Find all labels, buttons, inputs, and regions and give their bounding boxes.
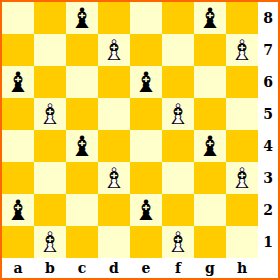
square-b6[interactable] <box>34 66 66 98</box>
chess-diagram: ♝♝♝♗♝♗♝♝♝♗♝♗♝♝♝♗♝♗♝♝♝♗♝♗ 87654321 abcdef… <box>0 0 280 280</box>
square-b3[interactable] <box>34 162 66 194</box>
square-e5[interactable] <box>130 98 162 130</box>
square-b5[interactable]: ♝♗ <box>34 98 66 130</box>
square-e1[interactable] <box>130 226 162 258</box>
square-d6[interactable] <box>98 66 130 98</box>
square-c7[interactable] <box>66 34 98 66</box>
square-f1[interactable]: ♝♗ <box>162 226 194 258</box>
black-bishop-icon: ♝ <box>194 2 226 34</box>
square-g6[interactable] <box>194 66 226 98</box>
square-h5[interactable] <box>226 98 258 130</box>
rank-labels: 87654321 <box>258 2 278 258</box>
white-bishop[interactable]: ♝♗ <box>162 226 194 258</box>
square-h4[interactable] <box>226 130 258 162</box>
square-b4[interactable] <box>34 130 66 162</box>
file-labels: abcdefgh <box>2 258 258 278</box>
rank-label-2: 2 <box>258 194 278 226</box>
black-bishop[interactable]: ♝ <box>66 2 98 34</box>
chess-board: ♝♝♝♗♝♗♝♝♝♗♝♗♝♝♝♗♝♗♝♝♝♗♝♗ <box>2 2 258 258</box>
white-bishop[interactable]: ♝♗ <box>226 162 258 194</box>
white-bishop[interactable]: ♝♗ <box>162 98 194 130</box>
black-bishop-icon: ♝ <box>130 66 162 98</box>
square-g4[interactable]: ♝ <box>194 130 226 162</box>
square-g3[interactable] <box>194 162 226 194</box>
square-b1[interactable]: ♝♗ <box>34 226 66 258</box>
file-label-h: h <box>226 258 258 278</box>
white-bishop-icon: ♗ <box>226 162 258 194</box>
black-bishop[interactable]: ♝ <box>194 2 226 34</box>
square-g8[interactable]: ♝ <box>194 2 226 34</box>
black-bishop-icon: ♝ <box>66 130 98 162</box>
square-e7[interactable] <box>130 34 162 66</box>
square-h1[interactable] <box>226 226 258 258</box>
rank-label-1: 1 <box>258 226 278 258</box>
rank-label-8: 8 <box>258 2 278 34</box>
black-bishop[interactable]: ♝ <box>2 66 34 98</box>
black-bishop-icon: ♝ <box>194 130 226 162</box>
file-label-d: d <box>98 258 130 278</box>
square-a7[interactable] <box>2 34 34 66</box>
file-label-a: a <box>2 258 34 278</box>
black-bishop-icon: ♝ <box>2 194 34 226</box>
rank-label-3: 3 <box>258 162 278 194</box>
square-h6[interactable] <box>226 66 258 98</box>
square-f3[interactable] <box>162 162 194 194</box>
square-f5[interactable]: ♝♗ <box>162 98 194 130</box>
file-label-e: e <box>130 258 162 278</box>
square-a1[interactable] <box>2 226 34 258</box>
white-bishop-icon: ♗ <box>34 226 66 258</box>
square-d3[interactable]: ♝♗ <box>98 162 130 194</box>
square-a4[interactable] <box>2 130 34 162</box>
rank-label-6: 6 <box>258 66 278 98</box>
square-e3[interactable] <box>130 162 162 194</box>
white-bishop-icon: ♗ <box>34 98 66 130</box>
square-c8[interactable]: ♝ <box>66 2 98 34</box>
square-g1[interactable] <box>194 226 226 258</box>
square-d2[interactable] <box>98 194 130 226</box>
file-label-c: c <box>66 258 98 278</box>
square-d7[interactable]: ♝♗ <box>98 34 130 66</box>
square-g7[interactable] <box>194 34 226 66</box>
black-bishop[interactable]: ♝ <box>194 130 226 162</box>
square-a2[interactable]: ♝ <box>2 194 34 226</box>
square-d1[interactable] <box>98 226 130 258</box>
square-f7[interactable] <box>162 34 194 66</box>
white-bishop-icon: ♗ <box>98 162 130 194</box>
square-c4[interactable]: ♝ <box>66 130 98 162</box>
white-bishop[interactable]: ♝♗ <box>34 98 66 130</box>
square-e2[interactable]: ♝ <box>130 194 162 226</box>
rank-label-4: 4 <box>258 130 278 162</box>
square-h8[interactable] <box>226 2 258 34</box>
square-c1[interactable] <box>66 226 98 258</box>
white-bishop[interactable]: ♝♗ <box>226 34 258 66</box>
square-b7[interactable] <box>34 34 66 66</box>
rank-label-5: 5 <box>258 98 278 130</box>
square-d8[interactable] <box>98 2 130 34</box>
square-h3[interactable]: ♝♗ <box>226 162 258 194</box>
square-d4[interactable] <box>98 130 130 162</box>
white-bishop-icon: ♗ <box>162 98 194 130</box>
black-bishop[interactable]: ♝ <box>66 130 98 162</box>
square-d5[interactable] <box>98 98 130 130</box>
square-e6[interactable]: ♝ <box>130 66 162 98</box>
rank-label-7: 7 <box>258 34 278 66</box>
white-bishop[interactable]: ♝♗ <box>98 162 130 194</box>
square-c6[interactable] <box>66 66 98 98</box>
square-e4[interactable] <box>130 130 162 162</box>
square-c2[interactable] <box>66 194 98 226</box>
black-bishop-icon: ♝ <box>2 66 34 98</box>
file-label-b: b <box>34 258 66 278</box>
file-label-g: g <box>194 258 226 278</box>
square-f2[interactable] <box>162 194 194 226</box>
white-bishop-icon: ♗ <box>98 34 130 66</box>
black-bishop[interactable]: ♝ <box>2 194 34 226</box>
black-bishop-icon: ♝ <box>130 194 162 226</box>
square-g2[interactable] <box>194 194 226 226</box>
square-h7[interactable]: ♝♗ <box>226 34 258 66</box>
black-bishop-icon: ♝ <box>66 2 98 34</box>
square-e8[interactable] <box>130 2 162 34</box>
white-bishop[interactable]: ♝♗ <box>98 34 130 66</box>
square-b8[interactable] <box>34 2 66 34</box>
square-a3[interactable] <box>2 162 34 194</box>
square-f4[interactable] <box>162 130 194 162</box>
white-bishop-icon: ♗ <box>162 226 194 258</box>
white-bishop-icon: ♗ <box>226 34 258 66</box>
square-f8[interactable] <box>162 2 194 34</box>
file-label-f: f <box>162 258 194 278</box>
square-f6[interactable] <box>162 66 194 98</box>
black-bishop[interactable]: ♝ <box>130 194 162 226</box>
square-h2[interactable] <box>226 194 258 226</box>
square-a5[interactable] <box>2 98 34 130</box>
black-bishop[interactable]: ♝ <box>130 66 162 98</box>
square-b2[interactable] <box>34 194 66 226</box>
square-c5[interactable] <box>66 98 98 130</box>
square-g5[interactable] <box>194 98 226 130</box>
square-c3[interactable] <box>66 162 98 194</box>
white-bishop[interactable]: ♝♗ <box>34 226 66 258</box>
square-a8[interactable] <box>2 2 34 34</box>
square-a6[interactable]: ♝ <box>2 66 34 98</box>
